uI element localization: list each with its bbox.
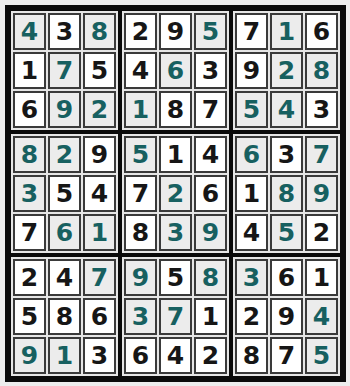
cell-r8c2: 8 [48,298,81,335]
cell-r6c9: 2 [305,214,338,251]
cell-r6c5: 3 [159,214,192,251]
cell-r3c8: 4 [270,91,303,128]
cell-r7c7: 3 [235,259,268,296]
cell-r6c7: 4 [235,214,268,251]
cell-r5c4: 7 [124,175,157,212]
cell-r2c7: 9 [235,52,268,89]
cell-r5c8: 8 [270,175,303,212]
cell-r5c1: 3 [13,175,46,212]
cell-r5c6: 6 [194,175,227,212]
cell-r4c6: 4 [194,136,227,173]
cell-r3c5: 8 [159,91,192,128]
box-5: 514726839 [120,132,231,255]
cell-r3c7: 5 [235,91,268,128]
cell-r4c7: 6 [235,136,268,173]
box-7: 247586913 [9,255,120,378]
cell-r9c1: 9 [13,337,46,374]
cell-r8c8: 9 [270,298,303,335]
cell-r9c7: 8 [235,337,268,374]
cell-r1c6: 5 [194,13,227,50]
box-4: 829354761 [9,132,120,255]
cell-r8c7: 2 [235,298,268,335]
cell-r2c9: 8 [305,52,338,89]
cell-r1c7: 7 [235,13,268,50]
cell-r3c9: 3 [305,91,338,128]
cell-r9c8: 7 [270,337,303,374]
cell-r4c2: 2 [48,136,81,173]
cell-r9c3: 3 [83,337,116,374]
cell-r8c5: 7 [159,298,192,335]
box-3: 716928543 [231,9,342,132]
cell-r7c6: 8 [194,259,227,296]
cell-r8c4: 3 [124,298,157,335]
cell-r6c3: 1 [83,214,116,251]
cell-r7c1: 2 [13,259,46,296]
cell-r4c3: 9 [83,136,116,173]
cell-r2c6: 3 [194,52,227,89]
cell-r3c4: 1 [124,91,157,128]
cell-r7c9: 1 [305,259,338,296]
cell-r4c8: 3 [270,136,303,173]
cell-r7c8: 6 [270,259,303,296]
cell-r9c2: 1 [48,337,81,374]
cell-r6c2: 6 [48,214,81,251]
cell-r4c4: 5 [124,136,157,173]
cell-r1c5: 9 [159,13,192,50]
cell-r1c2: 3 [48,13,81,50]
cell-r9c6: 2 [194,337,227,374]
cell-r5c9: 9 [305,175,338,212]
cell-r5c3: 4 [83,175,116,212]
cell-r8c1: 5 [13,298,46,335]
cell-r7c2: 4 [48,259,81,296]
box-1: 438175692 [9,9,120,132]
cell-r5c2: 5 [48,175,81,212]
cell-r3c1: 6 [13,91,46,128]
cell-r3c6: 7 [194,91,227,128]
cell-r3c3: 2 [83,91,116,128]
cell-r4c1: 8 [13,136,46,173]
cell-r7c5: 5 [159,259,192,296]
cell-r3c2: 9 [48,91,81,128]
cell-r2c1: 1 [13,52,46,89]
cell-r9c4: 6 [124,337,157,374]
cell-r7c3: 7 [83,259,116,296]
cell-r2c5: 6 [159,52,192,89]
cell-r1c9: 6 [305,13,338,50]
cell-r8c9: 4 [305,298,338,335]
box-8: 958371642 [120,255,231,378]
cell-r4c9: 7 [305,136,338,173]
cell-r4c5: 1 [159,136,192,173]
sudoku-board: 4381756922954631877169285438293547615147… [5,5,346,382]
cell-r9c5: 4 [159,337,192,374]
cell-r6c6: 9 [194,214,227,251]
cell-r2c4: 4 [124,52,157,89]
cell-r1c1: 4 [13,13,46,50]
cell-r9c9: 5 [305,337,338,374]
cell-r8c6: 1 [194,298,227,335]
cell-r1c8: 1 [270,13,303,50]
cell-r5c5: 2 [159,175,192,212]
sudoku-page: 4381756922954631877169285438293547615147… [0,0,350,386]
box-2: 295463187 [120,9,231,132]
cell-r1c3: 8 [83,13,116,50]
cell-r2c3: 5 [83,52,116,89]
cell-r2c8: 2 [270,52,303,89]
cell-r6c1: 7 [13,214,46,251]
cell-r2c2: 7 [48,52,81,89]
cell-r7c4: 9 [124,259,157,296]
cell-r5c7: 1 [235,175,268,212]
cell-r1c4: 2 [124,13,157,50]
box-9: 361294875 [231,255,342,378]
cell-r6c8: 5 [270,214,303,251]
cell-r8c3: 6 [83,298,116,335]
cell-r6c4: 8 [124,214,157,251]
box-6: 637189452 [231,132,342,255]
